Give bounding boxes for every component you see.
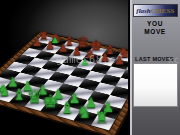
piece-green-rook[interactable]: ♜ <box>95 109 109 124</box>
flashchess-logo: flashCHESS <box>133 4 178 17</box>
logo-flash-text: flash <box>136 7 150 15</box>
move-marker <box>82 59 88 65</box>
piece-green-king[interactable]: ♚ <box>43 92 59 110</box>
piece-green-queen[interactable]: ♛ <box>27 88 43 106</box>
piece-red-pawn[interactable]: ♟ <box>59 42 69 53</box>
piece-red-pawn[interactable]: ♟ <box>32 37 42 48</box>
board-frame: ♜♞♝♛♚♝♞♜♟♟♟♟♟♟♟♟♟♟♟♟♟♟♟♟♜♞♝♛♚♝♞♜ <box>0 33 128 135</box>
last-moves-panel[interactable] <box>133 63 178 107</box>
move-marker <box>52 37 58 43</box>
last-moves-label: LAST MOVES <box>135 56 174 62</box>
piece-green-knight[interactable]: ♞ <box>77 104 92 120</box>
turn-status: YOU MOVE <box>130 20 180 35</box>
logo-chess-text: CHESS <box>151 7 175 15</box>
board: ♜♞♝♛♚♝♞♜♟♟♟♟♟♟♟♟♟♟♟♟♟♟♟♟♜♞♝♛♚♝♞♜ <box>0 36 128 131</box>
piece-green-knight[interactable]: ♞ <box>0 82 11 97</box>
flashchess-screen: ♜♞♝♛♚♝♞♜♟♟♟♟♟♟♟♟♟♟♟♟♟♟♟♟♜♞♝♛♚♝♞♜ flashCH… <box>0 0 180 135</box>
piece-green-bishop[interactable]: ♝ <box>60 99 74 115</box>
piece-red-pawn[interactable]: ♟ <box>72 45 82 56</box>
turn-status-line1: YOU <box>130 20 180 28</box>
piece-green-bishop[interactable]: ♝ <box>12 86 26 101</box>
square-h4[interactable] <box>110 86 128 99</box>
piece-red-pawn[interactable]: ♟ <box>86 48 96 59</box>
piece-red-pawn[interactable]: ♟ <box>114 54 124 66</box>
piece-red-pawn[interactable]: ♟ <box>100 51 110 62</box>
sidebar: flashCHESS YOU MOVE LAST MOVES <box>128 0 180 135</box>
board-area: ♜♞♝♛♚♝♞♜♟♟♟♟♟♟♟♟♟♟♟♟♟♟♟♟♜♞♝♛♚♝♞♜ <box>0 0 128 135</box>
turn-status-line2: MOVE <box>130 28 180 36</box>
